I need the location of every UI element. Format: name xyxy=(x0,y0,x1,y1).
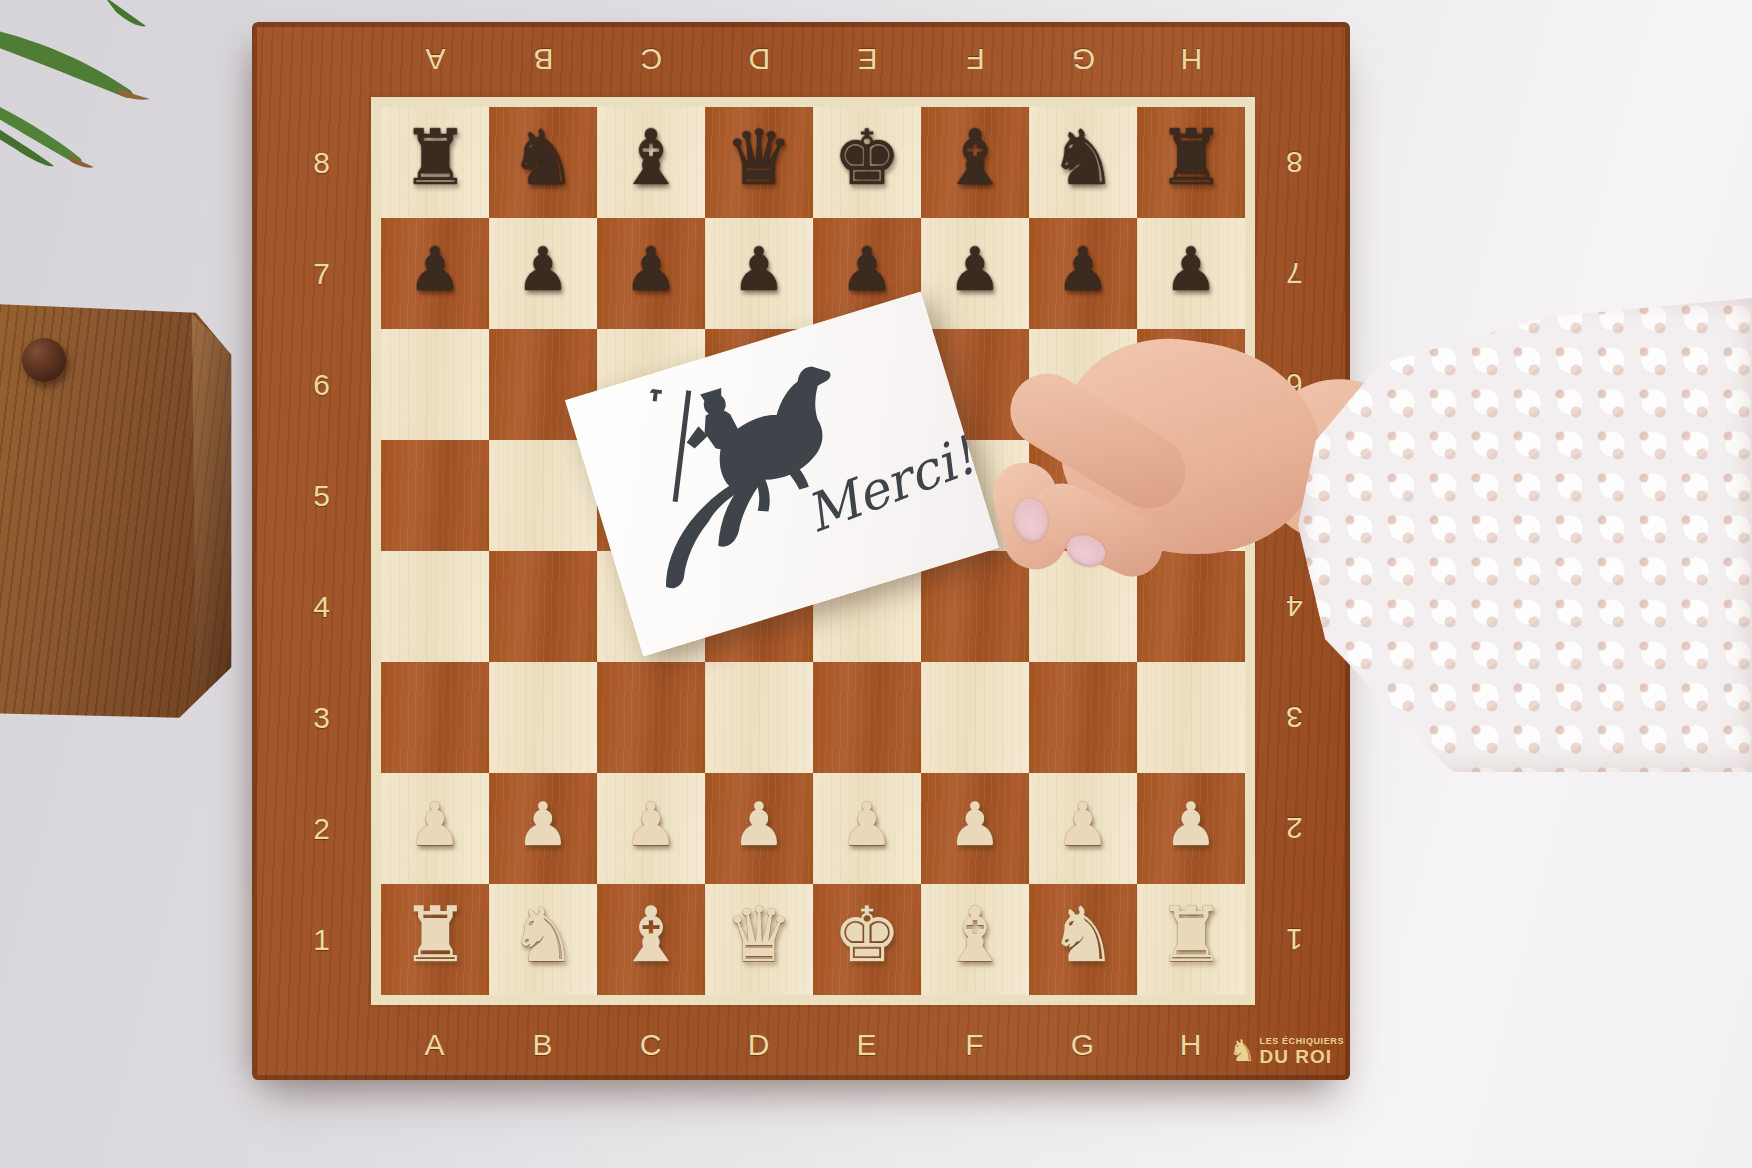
piece-black-pawn-a7[interactable]: ♟ xyxy=(408,239,462,299)
square-c1: ♝ xyxy=(597,884,705,995)
ranks-right-2: 2 xyxy=(1274,773,1314,884)
square-d7: ♟ xyxy=(705,218,813,329)
square-a1: ♜ xyxy=(381,884,489,995)
square-h7: ♟ xyxy=(1137,218,1245,329)
piece-white-rook-a1[interactable]: ♜ xyxy=(401,897,469,973)
files-bottom-c: C xyxy=(597,1028,705,1064)
square-b4 xyxy=(489,551,597,662)
square-h8: ♜ xyxy=(1137,107,1245,218)
ranks-left-8: 8 xyxy=(302,107,342,218)
ranks-left-2: 2 xyxy=(302,773,342,884)
square-b1: ♞ xyxy=(489,884,597,995)
files-bottom-e: E xyxy=(813,1028,921,1064)
square-b7: ♟ xyxy=(489,218,597,329)
piece-black-pawn-e7[interactable]: ♟ xyxy=(840,239,894,299)
ranks-left-7: 7 xyxy=(302,218,342,329)
square-d8: ♛ xyxy=(705,107,813,218)
files-top-e: E xyxy=(813,40,921,76)
brand-line2: DU ROI xyxy=(1260,1047,1344,1066)
piece-black-bishop-f8[interactable]: ♝ xyxy=(941,120,1009,196)
files-top-b: B xyxy=(489,40,597,76)
square-c7: ♟ xyxy=(597,218,705,329)
piece-white-pawn-e2[interactable]: ♟ xyxy=(840,794,894,854)
files-bottom-g: G xyxy=(1029,1028,1137,1064)
piece-white-king-e1[interactable]: ♚ xyxy=(833,897,901,973)
files-bottom-f: F xyxy=(921,1028,1029,1064)
square-a5 xyxy=(381,440,489,551)
square-f7: ♟ xyxy=(921,218,1029,329)
piece-white-pawn-d2[interactable]: ♟ xyxy=(732,794,786,854)
piece-black-pawn-b7[interactable]: ♟ xyxy=(516,239,570,299)
files-top-a: A xyxy=(381,40,489,76)
ranks-left-5: 5 xyxy=(302,440,342,551)
square-b2: ♟ xyxy=(489,773,597,884)
ranks-left-4: 4 xyxy=(302,551,342,662)
square-f2: ♟ xyxy=(921,773,1029,884)
ranks-right-3: 3 xyxy=(1274,662,1314,773)
piece-white-bishop-c1[interactable]: ♝ xyxy=(617,897,685,973)
square-h1: ♜ xyxy=(1137,884,1245,995)
square-e8: ♚ xyxy=(813,107,921,218)
piece-white-bishop-f1[interactable]: ♝ xyxy=(941,897,1009,973)
square-f1: ♝ xyxy=(921,884,1029,995)
square-g2: ♟ xyxy=(1029,773,1137,884)
card-message: Merci! xyxy=(797,424,985,544)
square-a2: ♟ xyxy=(381,773,489,884)
square-b3 xyxy=(489,662,597,773)
square-f8: ♝ xyxy=(921,107,1029,218)
files-top-h: H xyxy=(1137,40,1245,76)
knight-rider-icon: ♞ xyxy=(1229,1036,1256,1066)
square-g7: ♟ xyxy=(1029,218,1137,329)
square-h3 xyxy=(1137,662,1245,773)
piece-white-pawn-a2[interactable]: ♟ xyxy=(408,794,462,854)
piece-black-pawn-g7[interactable]: ♟ xyxy=(1056,239,1110,299)
files-top-f: F xyxy=(921,40,1029,76)
piece-white-knight-g1[interactable]: ♞ xyxy=(1049,897,1117,973)
box-knob xyxy=(22,338,66,382)
files-top-d: D xyxy=(705,40,813,76)
piece-black-knight-g8[interactable]: ♞ xyxy=(1049,120,1117,196)
piece-white-pawn-h2[interactable]: ♟ xyxy=(1164,794,1218,854)
piece-white-queen-d1[interactable]: ♛ xyxy=(725,897,793,973)
square-d1: ♛ xyxy=(705,884,813,995)
piece-black-queen-d8[interactable]: ♛ xyxy=(725,120,793,196)
square-f4 xyxy=(921,551,1029,662)
piece-black-rook-a8[interactable]: ♜ xyxy=(401,120,469,196)
ranks-left-6: 6 xyxy=(302,329,342,440)
brand-logo: ♞ LES ÉCHIQUIERS DU ROI xyxy=(1229,1036,1344,1066)
piece-black-pawn-c7[interactable]: ♟ xyxy=(624,239,678,299)
piece-black-pawn-d7[interactable]: ♟ xyxy=(732,239,786,299)
king-on-horseback-icon xyxy=(609,337,877,590)
square-h2: ♟ xyxy=(1137,773,1245,884)
piece-black-pawn-h7[interactable]: ♟ xyxy=(1164,239,1218,299)
piece-white-pawn-f2[interactable]: ♟ xyxy=(948,794,1002,854)
ranks-left-1: 1 xyxy=(302,884,342,995)
file-labels-top: ABCDEFGH xyxy=(381,40,1245,76)
ranks-right-7: 7 xyxy=(1274,218,1314,329)
ranks-right-1: 1 xyxy=(1274,884,1314,995)
ranks-right-8: 8 xyxy=(1274,107,1314,218)
square-a6 xyxy=(381,329,489,440)
ranks-left-3: 3 xyxy=(302,662,342,773)
files-bottom-d: D xyxy=(705,1028,813,1064)
file-labels-bottom: ABCDEFGH xyxy=(381,1028,1245,1064)
ranks-right-4: 4 xyxy=(1274,551,1314,662)
piece-white-rook-h1[interactable]: ♜ xyxy=(1157,897,1225,973)
piece-white-knight-b1[interactable]: ♞ xyxy=(509,897,577,973)
files-bottom-a: A xyxy=(381,1028,489,1064)
files-top-g: G xyxy=(1029,40,1137,76)
piece-black-rook-h8[interactable]: ♜ xyxy=(1157,120,1225,196)
square-e1: ♚ xyxy=(813,884,921,995)
square-c3 xyxy=(597,662,705,773)
square-b8: ♞ xyxy=(489,107,597,218)
square-d2: ♟ xyxy=(705,773,813,884)
square-b5 xyxy=(489,440,597,551)
brand-line1: LES ÉCHIQUIERS xyxy=(1260,1037,1344,1046)
piece-white-pawn-c2[interactable]: ♟ xyxy=(624,794,678,854)
square-e2: ♟ xyxy=(813,773,921,884)
piece-black-king-e8[interactable]: ♚ xyxy=(833,120,901,196)
piece-white-pawn-b2[interactable]: ♟ xyxy=(516,794,570,854)
square-a4 xyxy=(381,551,489,662)
piece-black-bishop-c8[interactable]: ♝ xyxy=(617,120,685,196)
rank-labels-left: 87654321 xyxy=(302,107,342,995)
square-g3 xyxy=(1029,662,1137,773)
piece-black-knight-b8[interactable]: ♞ xyxy=(509,120,577,196)
square-f3 xyxy=(921,662,1029,773)
square-a7: ♟ xyxy=(381,218,489,329)
files-top-c: C xyxy=(597,40,705,76)
piece-white-pawn-g2[interactable]: ♟ xyxy=(1056,794,1110,854)
square-g1: ♞ xyxy=(1029,884,1137,995)
piece-black-pawn-f7[interactable]: ♟ xyxy=(948,239,1002,299)
square-d3 xyxy=(705,662,813,773)
lace-sleeve xyxy=(1298,298,1752,772)
square-c8: ♝ xyxy=(597,107,705,218)
square-c2: ♟ xyxy=(597,773,705,884)
square-a8: ♜ xyxy=(381,107,489,218)
square-a3 xyxy=(381,662,489,773)
files-bottom-b: B xyxy=(489,1028,597,1064)
square-g8: ♞ xyxy=(1029,107,1137,218)
square-e3 xyxy=(813,662,921,773)
